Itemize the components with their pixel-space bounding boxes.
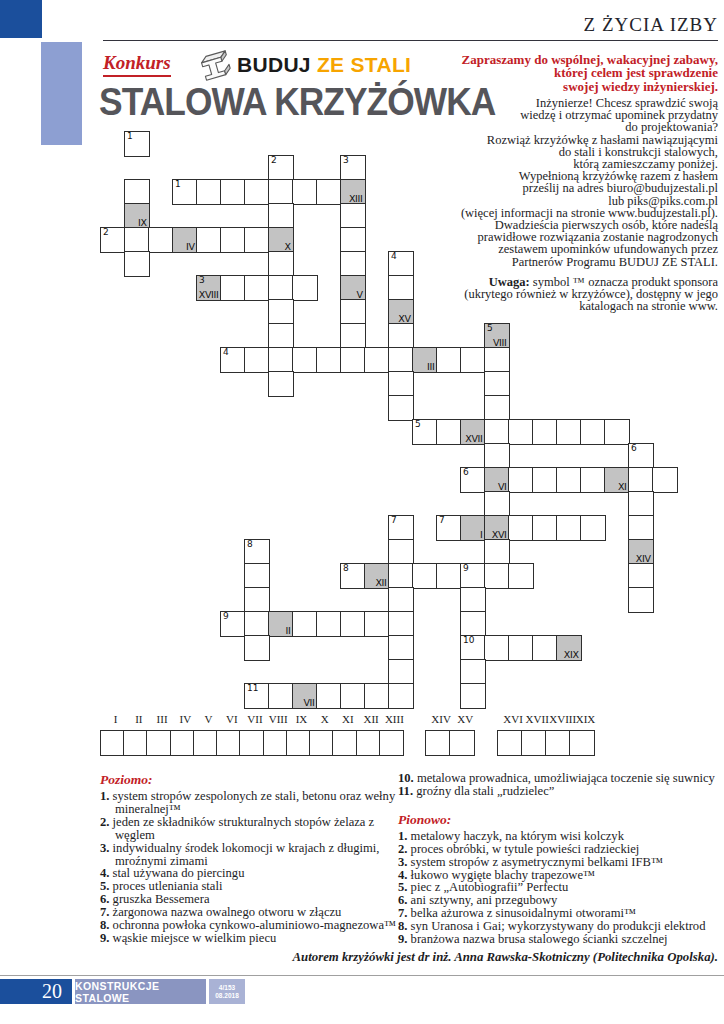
grid-cell[interactable]	[652, 467, 678, 493]
grid-cell[interactable]	[484, 347, 510, 373]
clues-gap	[398, 798, 724, 812]
grid-cell[interactable]	[268, 299, 294, 325]
grid-cell[interactable]	[460, 347, 486, 373]
author-credit: Autorem krzyżówki jest dr inż. Anna Raws…	[293, 950, 718, 965]
strip-cell[interactable]	[356, 730, 381, 756]
key-numeral: II	[286, 625, 291, 636]
clue: 11. groźny dla stali „rudzielec”	[398, 785, 724, 798]
clue-number: 3	[199, 275, 205, 285]
grid-cell[interactable]	[196, 179, 222, 205]
strip-numeral-label: III	[150, 713, 173, 725]
clue-number: 9	[463, 563, 469, 573]
grid-cell[interactable]	[292, 347, 318, 373]
strip-cell[interactable]	[497, 730, 523, 756]
grid-cell[interactable]	[244, 347, 270, 373]
clue: 9. wąskie miejsce w wielkim piecu	[100, 932, 400, 945]
grid-cell[interactable]	[484, 491, 510, 517]
grid-cell[interactable]	[628, 467, 654, 493]
strip-cell[interactable]	[286, 730, 311, 756]
clue-number: 2	[271, 155, 277, 165]
grid-cell[interactable]	[292, 611, 318, 637]
strip-cell[interactable]	[332, 730, 357, 756]
key-numeral: VII	[303, 697, 314, 708]
key-numeral: XIX	[564, 649, 579, 660]
clue-number: 3	[343, 155, 349, 165]
key-numeral: XVI	[492, 529, 507, 540]
grid-cell[interactable]	[244, 227, 270, 253]
grid-cell[interactable]	[388, 395, 414, 421]
strip-cell[interactable]	[100, 730, 125, 756]
corner-dark-square	[0, 0, 42, 38]
grid-cell[interactable]	[268, 323, 294, 349]
strip-numeral-label: V	[197, 713, 220, 725]
strip-cell[interactable]	[193, 730, 218, 756]
strip-numeral-label: X	[313, 713, 336, 725]
strip-numeral-label: XVIII	[549, 713, 573, 725]
grid-cell[interactable]	[364, 683, 390, 709]
clue-number: 10	[463, 635, 474, 645]
clue: 1. system stropów zespolonych ze stali, …	[100, 790, 400, 816]
grid-cell[interactable]: 9	[460, 563, 486, 589]
grid-cell[interactable]	[484, 635, 510, 661]
grid-cell[interactable]	[460, 611, 486, 637]
grid-cell[interactable]	[316, 611, 342, 637]
clue-number: 6	[631, 443, 637, 453]
grid-cell[interactable]	[220, 227, 246, 253]
grid-cell[interactable]	[340, 323, 366, 349]
clue: 1. metalowy haczyk, na którym wisi kolcz…	[398, 830, 724, 843]
buduj-ze-stali-logo: BUDUJ ZE STALI	[197, 50, 427, 82]
grid-cell[interactable]	[244, 275, 270, 301]
strip-cell[interactable]	[545, 730, 571, 756]
key-cell[interactable]: V	[340, 275, 366, 301]
strip-numeral-label: XVII	[525, 713, 549, 725]
grid-cell[interactable]	[340, 347, 366, 373]
key-cell[interactable]: VII	[292, 683, 318, 709]
grid-cell[interactable]: 2	[268, 155, 294, 181]
grid-cell[interactable]	[508, 563, 534, 589]
key-numeral: XII	[375, 577, 386, 588]
grid-cell[interactable]	[508, 515, 534, 541]
grid-cell[interactable]: 10	[460, 635, 486, 661]
key-cell[interactable]: XIX	[556, 635, 582, 661]
key-numeral: I	[480, 529, 483, 540]
clue-number: 5	[415, 419, 421, 429]
strip-numeral-label: VII	[243, 713, 266, 725]
clue: 2. jeden ze składników strukturalnych st…	[100, 816, 400, 842]
grid-cell[interactable]	[124, 179, 150, 205]
key-cell[interactable]: II	[268, 611, 294, 637]
grid-cell[interactable]	[532, 419, 558, 445]
key-numeral: VIII	[493, 337, 507, 348]
grid-cell[interactable]	[412, 563, 438, 589]
grid-cell[interactable]	[556, 467, 582, 493]
strip-numeral-label: II	[127, 713, 150, 725]
footer-page-number: 20	[0, 979, 72, 1004]
grid-cell[interactable]	[244, 179, 270, 205]
strip-cell[interactable]	[379, 730, 404, 756]
key-cell[interactable]: VI	[484, 467, 510, 493]
grid-cell[interactable]	[508, 467, 534, 493]
grid-cell[interactable]: 8	[244, 539, 270, 565]
grid-cell[interactable]: 9	[220, 611, 246, 637]
grid-cell[interactable]	[268, 203, 294, 229]
grid-cell[interactable]	[388, 347, 414, 373]
key-numeral: XIII	[349, 193, 363, 204]
key-cell[interactable]: XVI	[484, 515, 510, 541]
down-heading: Pionowo:	[398, 812, 724, 828]
strip-cell[interactable]	[521, 730, 547, 756]
logo-word-ze-stali: ZE STALI	[317, 53, 411, 76]
grid-cell[interactable]	[484, 419, 510, 445]
crossword-grid: 1231XIIIIX2IVX43XVIIIVXV5VIII4III5XVII66…	[100, 131, 680, 711]
grid-cell[interactable]	[436, 419, 462, 445]
strip-cell[interactable]	[425, 730, 451, 756]
grid-cell[interactable]	[532, 467, 558, 493]
clue: 3. system stropów z asymetrycznymi belka…	[398, 856, 724, 869]
strip-numeral-label: VIII	[267, 713, 290, 725]
key-numeral: V	[356, 289, 362, 300]
grid-cell[interactable]	[268, 683, 294, 709]
grid-cell[interactable]	[484, 539, 510, 565]
grid-cell[interactable]	[364, 347, 390, 373]
footer-issue-number: 4/153	[219, 984, 235, 992]
key-numeral: XV	[398, 313, 410, 324]
key-numeral: IX	[138, 217, 147, 228]
key-cell[interactable]: XV	[388, 299, 414, 325]
grid-cell[interactable]: 6	[628, 443, 654, 469]
clue-number: 2	[103, 227, 109, 237]
grid-cell[interactable]: 7	[436, 515, 462, 541]
key-numeral: XVII	[465, 433, 482, 444]
footer-issue-date: 08.2018	[215, 992, 239, 1000]
clue-number: 1	[175, 179, 181, 189]
clue-number: 4	[391, 251, 397, 261]
clue-number: 8	[343, 563, 349, 573]
grid-cell[interactable]	[244, 611, 270, 637]
clue-number: 6	[463, 467, 469, 477]
key-cell[interactable]: XVII	[460, 419, 486, 445]
strip-numeral-label: IV	[174, 713, 197, 725]
grid-cell[interactable]: 2	[100, 227, 126, 253]
grid-cell[interactable]: 11	[244, 683, 270, 709]
grid-cell[interactable]	[484, 563, 510, 589]
grid-cell[interactable]	[484, 443, 510, 469]
key-numeral: XVIII	[199, 289, 219, 300]
key-cell[interactable]: X	[268, 227, 294, 253]
grid-cell[interactable]	[388, 659, 414, 685]
grid-cell[interactable]	[484, 371, 510, 397]
grid-cell[interactable]	[364, 611, 390, 637]
grid-cell[interactable]	[388, 683, 414, 709]
grid-cell[interactable]: 8	[340, 563, 366, 589]
grid-cell[interactable]	[316, 683, 342, 709]
grid-cell[interactable]: 4	[388, 251, 414, 277]
key-numeral: XIV	[636, 553, 651, 564]
grid-cell[interactable]	[268, 371, 294, 397]
grid-cell[interactable]	[340, 299, 366, 325]
strip-cell[interactable]	[170, 730, 195, 756]
strip-cell[interactable]	[239, 730, 264, 756]
grid-cell[interactable]	[604, 419, 630, 445]
clue-number: 5	[487, 323, 493, 333]
grid-cell[interactable]	[124, 251, 150, 277]
strip-numeral-label: XII	[360, 713, 383, 725]
strip-numeral-label: XIX	[573, 713, 597, 725]
grid-cell[interactable]	[388, 323, 414, 349]
grid-cell[interactable]	[316, 179, 342, 205]
strip-numeral-label: XIII	[383, 713, 406, 725]
grid-cell[interactable]	[244, 635, 270, 661]
grid-cell[interactable]: 4	[220, 347, 246, 373]
clue-number: 8	[247, 539, 253, 549]
grid-cell[interactable]	[388, 371, 414, 397]
key-cell[interactable]: XIV	[628, 539, 654, 565]
clue-number: 7	[391, 515, 397, 525]
key-cell[interactable]: XIII	[340, 179, 366, 205]
header-rule	[103, 40, 718, 41]
strip-numeral-label: IX	[290, 713, 313, 725]
key-cell[interactable]: III	[412, 347, 438, 373]
clue: 3. indywidualny środek lokomocji w kraja…	[100, 842, 400, 868]
grid-cell[interactable]	[436, 347, 462, 373]
grid-cell[interactable]	[268, 275, 294, 301]
across-heading: Poziomo:	[100, 772, 400, 788]
key-cell[interactable]: IX	[124, 203, 150, 229]
grid-cell[interactable]	[556, 515, 582, 541]
strip-cell[interactable]	[216, 730, 241, 756]
text-line: Zapraszamy do wspólnej, wakacyjnej zabaw…	[418, 53, 718, 66]
grid-cell[interactable]	[580, 419, 606, 445]
grid-cell[interactable]	[580, 467, 606, 493]
logo-word-buduj: BUDUJ	[237, 53, 311, 76]
grid-cell[interactable]	[508, 419, 534, 445]
strip-cell[interactable]	[146, 730, 171, 756]
grid-cell[interactable]	[388, 275, 414, 301]
grid-cell[interactable]	[148, 227, 174, 253]
footer-rule	[0, 975, 724, 976]
grid-cell[interactable]: 6	[460, 467, 486, 493]
grid-cell[interactable]	[220, 179, 246, 205]
strip-numeral-label: XIV	[429, 713, 453, 725]
key-cell[interactable]: 5VIII	[484, 323, 510, 349]
grid-cell[interactable]	[292, 275, 318, 301]
clue-number: 11	[247, 683, 258, 693]
grid-cell[interactable]	[532, 515, 558, 541]
key-numeral: III	[427, 361, 435, 372]
grid-cell[interactable]: 5	[412, 419, 438, 445]
text-line: swojej wiedzy inżynierskiej.	[418, 80, 718, 93]
grid-cell[interactable]	[268, 179, 294, 205]
key-numeral: XI	[618, 481, 627, 492]
across-clues: 1. system stropów zespolonych ze stali, …	[100, 790, 400, 945]
grid-cell[interactable]	[388, 635, 414, 661]
clues-across-column: Poziomo: 1. system stropów zespolonych z…	[100, 772, 400, 945]
grid-cell[interactable]	[460, 683, 486, 709]
grid-cell[interactable]: 3	[340, 155, 366, 181]
grid-cell[interactable]	[508, 635, 534, 661]
key-cell[interactable]: 3XVIII	[196, 275, 222, 301]
grid-cell[interactable]	[268, 347, 294, 373]
grid-cell[interactable]	[388, 611, 414, 637]
grid-cell[interactable]	[460, 659, 486, 685]
grid-cell[interactable]	[556, 419, 582, 445]
grid-cell[interactable]	[580, 515, 606, 541]
text-line: której celem jest sprawdzenie	[418, 66, 718, 79]
grid-cell[interactable]	[124, 227, 150, 253]
grid-cell[interactable]	[628, 563, 654, 589]
corner-light-square	[41, 42, 82, 145]
grid-cell[interactable]	[340, 683, 366, 709]
grid-cell[interactable]: 1	[124, 131, 150, 157]
clue: 2. proces obróbki, w tytule powieści rad…	[398, 843, 724, 856]
logo-text: BUDUJ ZE STALI	[237, 53, 411, 77]
grid-cell[interactable]	[388, 587, 414, 613]
grid-cell[interactable]	[340, 227, 366, 253]
strip-cell[interactable]	[309, 730, 334, 756]
intro-highlight: Zapraszamy do wspólnej, wakacyjnej zabaw…	[418, 53, 718, 93]
grid-cell[interactable]	[436, 563, 462, 589]
grid-cell[interactable]	[220, 275, 246, 301]
footer-magazine-name: KONSTRUKCJE STALOWE	[75, 979, 206, 1004]
strip-numeral-label: XI	[336, 713, 359, 725]
strip-cell[interactable]	[569, 730, 595, 756]
contest-label: Konkurs	[103, 52, 171, 77]
grid-cell[interactable]	[532, 635, 558, 661]
footer-issue-badge: 4/153 08.2018	[209, 979, 245, 1004]
grid-cell[interactable]	[484, 395, 510, 421]
key-cell[interactable]: IV	[172, 227, 198, 253]
clue-number: 9	[223, 611, 229, 621]
grid-cell[interactable]	[628, 587, 654, 613]
across-clues-continued: 10. metalowa prowadnica, umożliwiająca t…	[398, 772, 724, 798]
clue-number: 7	[439, 515, 445, 525]
grid-cell[interactable]	[316, 347, 342, 373]
key-numeral: IV	[186, 241, 195, 252]
strip-cell[interactable]	[449, 730, 475, 756]
grid-cell[interactable]	[340, 251, 366, 277]
grid-cell[interactable]	[628, 491, 654, 517]
grid-cell[interactable]: 1	[172, 179, 198, 205]
strip-numeral-label: VI	[220, 713, 243, 725]
grid-cell[interactable]	[244, 563, 270, 589]
strip-numeral-label: I	[104, 713, 127, 725]
section-header: Z ŻYCIA IZBY	[584, 14, 718, 36]
clue: 10. metalowa prowadnica, umożliwiająca t…	[398, 772, 724, 785]
clue-number: 1	[127, 131, 133, 141]
grid-cell[interactable]	[268, 251, 294, 277]
grid-cell[interactable]	[388, 539, 414, 565]
grid-cell[interactable]	[196, 227, 222, 253]
strip-cell[interactable]	[123, 730, 148, 756]
grid-cell[interactable]	[460, 587, 486, 613]
key-cell[interactable]: XII	[364, 563, 390, 589]
key-numeral: VI	[498, 481, 507, 492]
strip-cell[interactable]	[263, 730, 288, 756]
clue-number: 4	[223, 347, 229, 357]
clue: 9. branżowa nazwa brusa stalowego ściank…	[398, 933, 724, 946]
strip-numeral-label: XVI	[501, 713, 525, 725]
key-cell[interactable]: XI	[604, 467, 630, 493]
down-clues: 1. metalowy haczyk, na którym wisi kolcz…	[398, 830, 724, 946]
grid-cell[interactable]	[628, 515, 654, 541]
key-cell[interactable]: I	[460, 515, 486, 541]
key-numeral: X	[284, 241, 290, 252]
grid-cell[interactable]	[388, 563, 414, 589]
grid-cell[interactable]	[340, 611, 366, 637]
grid-cell[interactable]: 7	[388, 515, 414, 541]
strip-numeral-label: XV	[453, 713, 477, 725]
clues-down-column: 10. metalowa prowadnica, umożliwiająca t…	[398, 772, 724, 946]
grid-cell[interactable]	[292, 179, 318, 205]
grid-cell[interactable]	[244, 587, 270, 613]
grid-cell[interactable]	[340, 203, 366, 229]
magazine-page: Z ŻYCIA IZBY Konkurs BUDUJ ZE STALI STAL…	[0, 0, 724, 1024]
